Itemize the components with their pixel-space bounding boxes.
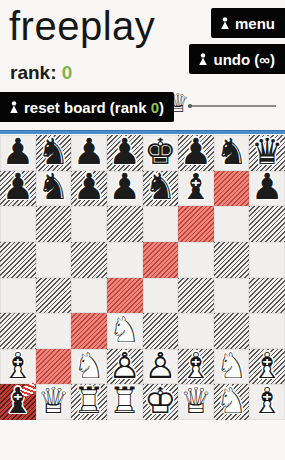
- square-e7[interactable]: ♞: [143, 171, 179, 207]
- square-e1[interactable]: ♚♔: [143, 384, 179, 420]
- rank-value: 0: [62, 62, 73, 83]
- square-b6[interactable]: [36, 206, 72, 242]
- reset-button-label: reset board (rank 0): [24, 99, 164, 116]
- square-h5[interactable]: [249, 242, 285, 278]
- square-g1[interactable]: ♞♘: [214, 384, 250, 420]
- square-e6[interactable]: [143, 206, 179, 242]
- black-bishop[interactable]: ♝: [178, 171, 214, 207]
- rank-slider[interactable]: [190, 105, 276, 107]
- square-e5[interactable]: [143, 242, 179, 278]
- square-d7[interactable]: ♟: [107, 171, 143, 207]
- chess-board: ♟♞♟♟♚♟♞♛♟♞♟♟♞♝♟♞♘♝♗♞♘♟♙♟♙♝♗♞♘♝♗♝♛♕♜♖♜♖♚♔…: [0, 135, 285, 420]
- person-icon: [9, 101, 19, 113]
- square-a4[interactable]: [0, 278, 36, 314]
- really-bad-chess-app: freeplay menu undo (∞) rank: 0 reset boa…: [0, 0, 285, 460]
- square-c5[interactable]: [71, 242, 107, 278]
- square-h7[interactable]: ♟: [249, 171, 285, 207]
- square-d1[interactable]: ♜♖: [107, 384, 143, 420]
- reset-board-button[interactable]: reset board (rank 0): [0, 92, 174, 122]
- square-g8[interactable]: ♞: [214, 135, 250, 171]
- undo-button[interactable]: undo (∞): [189, 44, 285, 74]
- square-h6[interactable]: [249, 206, 285, 242]
- square-f7[interactable]: ♝: [178, 171, 214, 207]
- square-f1[interactable]: ♛♕: [178, 384, 214, 420]
- white-knight[interactable]: ♞♘: [214, 384, 250, 420]
- rank-label: rank:: [10, 62, 56, 83]
- person-icon: [220, 17, 230, 29]
- square-h1[interactable]: ♝♗: [249, 384, 285, 420]
- rank-display: rank: 0: [10, 62, 72, 84]
- square-b7[interactable]: ♞: [36, 171, 72, 207]
- page-title: freeplay: [9, 4, 155, 49]
- person-icon: [198, 53, 208, 65]
- square-g6[interactable]: [214, 206, 250, 242]
- slider-handle[interactable]: [188, 104, 192, 108]
- square-d5[interactable]: [107, 242, 143, 278]
- square-d6[interactable]: [107, 206, 143, 242]
- black-pawn[interactable]: ♟: [107, 171, 143, 207]
- black-pawn[interactable]: ♟: [71, 171, 107, 207]
- white-bishop[interactable]: ♝♗: [249, 384, 285, 420]
- square-g5[interactable]: [214, 242, 250, 278]
- white-king[interactable]: ♚♔: [143, 384, 179, 420]
- square-f5[interactable]: [178, 242, 214, 278]
- black-knight[interactable]: ♞: [143, 171, 179, 207]
- square-a5[interactable]: [0, 242, 36, 278]
- square-c7[interactable]: ♟: [71, 171, 107, 207]
- square-f4[interactable]: [178, 278, 214, 314]
- square-c6[interactable]: [71, 206, 107, 242]
- square-e4[interactable]: [143, 278, 179, 314]
- white-queen[interactable]: ♛♕: [178, 384, 214, 420]
- queen-crown-icon[interactable]: ♕: [166, 90, 189, 116]
- square-b4[interactable]: [36, 278, 72, 314]
- square-a7[interactable]: ♟: [0, 171, 36, 207]
- square-f6[interactable]: [178, 206, 214, 242]
- black-pawn[interactable]: ♟: [249, 171, 285, 207]
- menu-button[interactable]: menu: [211, 8, 285, 38]
- square-b1[interactable]: ♛♕: [36, 384, 72, 420]
- white-rook[interactable]: ♜♖: [107, 384, 143, 420]
- reset-rank-value: 0: [151, 99, 159, 116]
- square-a1[interactable]: ♝: [0, 384, 36, 420]
- undo-button-label: undo (∞): [213, 51, 275, 68]
- black-knight[interactable]: ♞: [214, 135, 250, 171]
- square-g4[interactable]: [214, 278, 250, 314]
- square-g7[interactable]: [214, 171, 250, 207]
- square-c4[interactable]: [71, 278, 107, 314]
- white-rook[interactable]: ♜♖: [71, 384, 107, 420]
- square-b5[interactable]: [36, 242, 72, 278]
- square-c1[interactable]: ♜♖: [71, 384, 107, 420]
- square-h4[interactable]: [249, 278, 285, 314]
- black-knight[interactable]: ♞: [36, 171, 72, 207]
- menu-button-label: menu: [235, 15, 275, 32]
- square-b3[interactable]: [36, 313, 72, 349]
- black-pawn[interactable]: ♟: [0, 171, 36, 207]
- square-a6[interactable]: [0, 206, 36, 242]
- white-queen[interactable]: ♛♕: [36, 384, 72, 420]
